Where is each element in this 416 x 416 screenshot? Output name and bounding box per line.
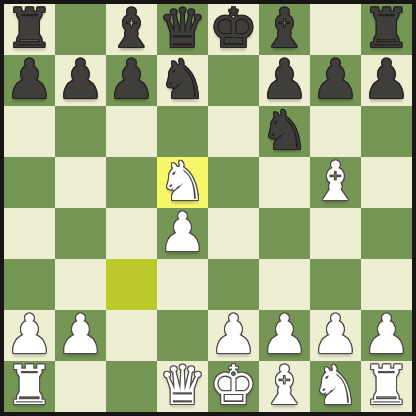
square-g7[interactable]: ♟ [310,55,361,106]
square-c7[interactable]: ♟ [106,55,157,106]
square-d1[interactable]: ♛ [157,361,208,412]
piece-black-pawn[interactable]: ♟ [107,53,155,107]
square-c4[interactable] [106,208,157,259]
square-f6[interactable]: ♞ [259,106,310,157]
square-d4[interactable]: ♟ [157,208,208,259]
square-a1[interactable]: ♜ [4,361,55,412]
piece-black-pawn[interactable]: ♟ [362,53,410,107]
piece-white-knight[interactable]: ♞ [311,359,359,413]
square-e6[interactable] [208,106,259,157]
square-c3[interactable] [106,259,157,310]
square-b5[interactable] [55,157,106,208]
piece-black-pawn[interactable]: ♟ [56,53,104,107]
square-f1[interactable]: ♝ [259,361,310,412]
square-b2[interactable]: ♟ [55,310,106,361]
square-a4[interactable] [4,208,55,259]
square-c6[interactable] [106,106,157,157]
piece-black-knight[interactable]: ♞ [158,53,206,107]
square-h7[interactable]: ♟ [361,55,412,106]
piece-black-pawn[interactable]: ♟ [311,53,359,107]
square-h5[interactable] [361,157,412,208]
piece-black-knight[interactable]: ♞ [260,104,308,158]
square-a6[interactable] [4,106,55,157]
piece-white-bishop[interactable]: ♝ [260,359,308,413]
square-g4[interactable] [310,208,361,259]
square-e7[interactable] [208,55,259,106]
square-b4[interactable] [55,208,106,259]
square-e4[interactable] [208,208,259,259]
square-b7[interactable]: ♟ [55,55,106,106]
square-f5[interactable] [259,157,310,208]
piece-white-pawn[interactable]: ♟ [56,308,104,362]
square-d3[interactable] [157,259,208,310]
square-e5[interactable] [208,157,259,208]
square-f4[interactable] [259,208,310,259]
square-a7[interactable]: ♟ [4,55,55,106]
square-c2[interactable] [106,310,157,361]
square-c5[interactable] [106,157,157,208]
square-b6[interactable] [55,106,106,157]
piece-white-bishop[interactable]: ♝ [311,155,359,209]
square-b1[interactable] [55,361,106,412]
square-g1[interactable]: ♞ [310,361,361,412]
square-h1[interactable]: ♜ [361,361,412,412]
piece-white-pawn[interactable]: ♟ [158,206,206,260]
square-c1[interactable] [106,361,157,412]
piece-white-queen[interactable]: ♛ [158,359,206,413]
square-e8[interactable]: ♚ [208,4,259,55]
square-d7[interactable]: ♞ [157,55,208,106]
piece-white-king[interactable]: ♚ [209,359,257,413]
square-e1[interactable]: ♚ [208,361,259,412]
chess-board: ♜♝♛♚♝♜♟♟♟♞♟♟♟♞♞♝♟♟♟♟♟♟♟♜♛♚♝♞♜ [4,4,412,412]
piece-black-pawn[interactable]: ♟ [5,53,53,107]
piece-white-rook[interactable]: ♜ [362,359,410,413]
square-h6[interactable] [361,106,412,157]
board-frame: ♜♝♛♚♝♜♟♟♟♞♟♟♟♞♞♝♟♟♟♟♟♟♟♜♛♚♝♞♜ [0,0,416,416]
piece-white-rook[interactable]: ♜ [5,359,53,413]
square-a5[interactable] [4,157,55,208]
square-h4[interactable] [361,208,412,259]
square-g5[interactable]: ♝ [310,157,361,208]
piece-black-king[interactable]: ♚ [209,2,257,56]
